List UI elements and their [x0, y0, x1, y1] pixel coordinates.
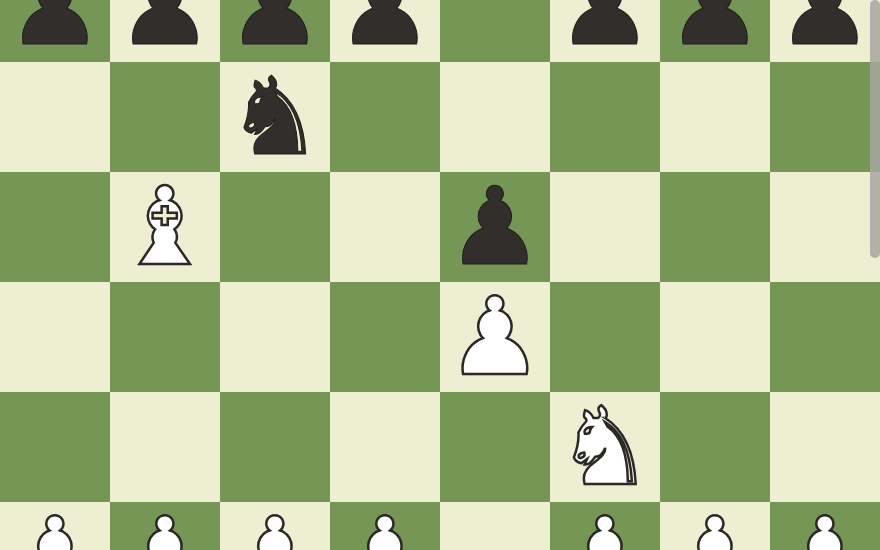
square-d7[interactable]: ♟ — [330, 0, 440, 62]
square-d6[interactable] — [330, 62, 440, 172]
white-pawn-f2[interactable]: ♟ — [550, 502, 660, 550]
square-a7[interactable]: ♟ — [0, 0, 110, 62]
square-a2[interactable]: ♟ — [0, 502, 110, 550]
square-e6[interactable] — [440, 62, 550, 172]
scrollbar-thumb[interactable] — [870, 0, 880, 258]
square-a4[interactable] — [0, 282, 110, 392]
white-pawn-d2[interactable]: ♟ — [330, 502, 440, 550]
white-knight-f3[interactable]: ♞ — [550, 392, 660, 502]
square-h6[interactable] — [770, 62, 880, 172]
square-h4[interactable] — [770, 282, 880, 392]
square-e5[interactable]: ♟ — [440, 172, 550, 282]
board-viewport: ♜♝♛♚♝♞♜♟♟♟♟♟♟♟♞♝♟♟♞♟♟♟♟♟♟♟♜♞♝♛♚♜ — [0, 0, 880, 550]
black-pawn-h7[interactable]: ♟ — [770, 0, 880, 62]
square-c3[interactable] — [220, 392, 330, 502]
square-f2[interactable]: ♟ — [550, 502, 660, 550]
square-d5[interactable] — [330, 172, 440, 282]
white-pawn-g2[interactable]: ♟ — [660, 502, 770, 550]
square-g4[interactable] — [660, 282, 770, 392]
black-pawn-d7[interactable]: ♟ — [330, 0, 440, 62]
square-f7[interactable]: ♟ — [550, 0, 660, 62]
square-h5[interactable] — [770, 172, 880, 282]
black-pawn-e5[interactable]: ♟ — [440, 172, 550, 282]
black-pawn-f7[interactable]: ♟ — [550, 0, 660, 62]
square-b3[interactable] — [110, 392, 220, 502]
white-pawn-a2[interactable]: ♟ — [0, 502, 110, 550]
square-e4[interactable]: ♟ — [440, 282, 550, 392]
square-a3[interactable] — [0, 392, 110, 502]
square-b6[interactable] — [110, 62, 220, 172]
square-c2[interactable]: ♟ — [220, 502, 330, 550]
square-d2[interactable]: ♟ — [330, 502, 440, 550]
black-pawn-c7[interactable]: ♟ — [220, 0, 330, 62]
black-knight-c6[interactable]: ♞ — [220, 62, 330, 172]
square-c6[interactable]: ♞ — [220, 62, 330, 172]
square-e2[interactable] — [440, 502, 550, 550]
square-b4[interactable] — [110, 282, 220, 392]
square-f5[interactable] — [550, 172, 660, 282]
white-pawn-b2[interactable]: ♟ — [110, 502, 220, 550]
square-g5[interactable] — [660, 172, 770, 282]
square-h2[interactable]: ♟ — [770, 502, 880, 550]
square-c5[interactable] — [220, 172, 330, 282]
white-bishop-b5[interactable]: ♝ — [110, 172, 220, 282]
square-b7[interactable]: ♟ — [110, 0, 220, 62]
square-e3[interactable] — [440, 392, 550, 502]
square-f6[interactable] — [550, 62, 660, 172]
square-c7[interactable]: ♟ — [220, 0, 330, 62]
square-a6[interactable] — [0, 62, 110, 172]
square-d3[interactable] — [330, 392, 440, 502]
white-pawn-c2[interactable]: ♟ — [220, 502, 330, 550]
square-b5[interactable]: ♝ — [110, 172, 220, 282]
square-h7[interactable]: ♟ — [770, 0, 880, 62]
square-b2[interactable]: ♟ — [110, 502, 220, 550]
square-d4[interactable] — [330, 282, 440, 392]
black-pawn-a7[interactable]: ♟ — [0, 0, 110, 62]
white-pawn-e4[interactable]: ♟ — [440, 282, 550, 392]
square-e7[interactable] — [440, 0, 550, 62]
square-h3[interactable] — [770, 392, 880, 502]
square-a5[interactable] — [0, 172, 110, 282]
chess-board[interactable]: ♜♝♛♚♝♞♜♟♟♟♟♟♟♟♞♝♟♟♞♟♟♟♟♟♟♟♜♞♝♛♚♜ — [0, 0, 880, 550]
black-pawn-b7[interactable]: ♟ — [110, 0, 220, 62]
square-g6[interactable] — [660, 62, 770, 172]
square-g2[interactable]: ♟ — [660, 502, 770, 550]
white-pawn-h2[interactable]: ♟ — [770, 502, 880, 550]
square-f4[interactable] — [550, 282, 660, 392]
square-f3[interactable]: ♞ — [550, 392, 660, 502]
square-g7[interactable]: ♟ — [660, 0, 770, 62]
black-pawn-g7[interactable]: ♟ — [660, 0, 770, 62]
square-g3[interactable] — [660, 392, 770, 502]
square-c4[interactable] — [220, 282, 330, 392]
